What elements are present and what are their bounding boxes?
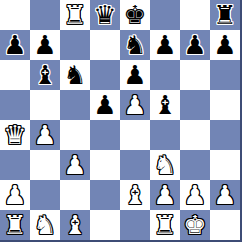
square-d2[interactable] (90, 180, 120, 210)
square-b6[interactable]: ♝ (30, 60, 60, 90)
square-b7[interactable]: ♟ (30, 30, 60, 60)
square-e5[interactable]: ♟ (120, 90, 150, 120)
square-g2[interactable]: ♟ (180, 180, 210, 210)
square-f4[interactable] (150, 120, 180, 150)
square-h3[interactable] (210, 150, 240, 180)
white-pawn-icon: ♟ (153, 180, 176, 210)
square-g3[interactable] (180, 150, 210, 180)
black-pawn-icon: ♟ (123, 60, 146, 90)
square-a1[interactable]: ♜ (0, 210, 30, 240)
square-a3[interactable] (0, 150, 30, 180)
square-c7[interactable] (60, 30, 90, 60)
square-g8[interactable] (180, 0, 210, 30)
square-f2[interactable]: ♟ (150, 180, 180, 210)
white-rook-icon: ♜ (63, 0, 86, 30)
square-c6[interactable]: ♞ (60, 60, 90, 90)
square-h5[interactable] (210, 90, 240, 120)
square-e2[interactable]: ♝ (120, 180, 150, 210)
square-h4[interactable] (210, 120, 240, 150)
square-g5[interactable] (180, 90, 210, 120)
square-a7[interactable]: ♟ (0, 30, 30, 60)
square-e7[interactable]: ♞ (120, 30, 150, 60)
white-pawn-icon: ♟ (33, 120, 56, 150)
square-b4[interactable]: ♟ (30, 120, 60, 150)
square-e8[interactable]: ♚ (120, 0, 150, 30)
white-bishop-icon: ♝ (63, 210, 86, 240)
black-pawn-icon: ♟ (33, 30, 56, 60)
black-knight-icon: ♞ (63, 60, 86, 90)
square-h2[interactable]: ♟ (210, 180, 240, 210)
black-king-icon: ♚ (123, 0, 146, 30)
white-queen-icon: ♛ (3, 120, 26, 150)
white-pawn-icon: ♟ (123, 90, 146, 120)
black-pawn-icon: ♟ (93, 90, 116, 120)
square-c2[interactable] (60, 180, 90, 210)
black-pawn-icon: ♟ (3, 30, 26, 60)
square-c1[interactable]: ♝ (60, 210, 90, 240)
square-f5[interactable]: ♝ (150, 90, 180, 120)
square-b1[interactable]: ♞ (30, 210, 60, 240)
square-a2[interactable]: ♟ (0, 180, 30, 210)
square-h1[interactable] (210, 210, 240, 240)
black-pawn-icon: ♟ (213, 30, 236, 60)
chess-app: ♜♛♚♜♟♟♞♟♟♟♝♞♟♟♟♝♛♟♟♞♟♝♟♟♟♜♞♝♜♚ (0, 0, 242, 242)
black-pawn-icon: ♟ (183, 30, 206, 60)
square-c4[interactable] (60, 120, 90, 150)
square-a5[interactable] (0, 90, 30, 120)
white-bishop-icon: ♝ (123, 180, 146, 210)
square-c3[interactable]: ♟ (60, 150, 90, 180)
square-d1[interactable] (90, 210, 120, 240)
square-f1[interactable]: ♜ (150, 210, 180, 240)
square-e6[interactable]: ♟ (120, 60, 150, 90)
square-a6[interactable] (0, 60, 30, 90)
black-rook-icon: ♜ (213, 0, 236, 30)
square-b5[interactable] (30, 90, 60, 120)
black-queen-icon: ♛ (93, 0, 116, 30)
white-rook-icon: ♜ (3, 210, 26, 240)
white-pawn-icon: ♟ (63, 150, 86, 180)
square-d6[interactable] (90, 60, 120, 90)
square-b8[interactable] (30, 0, 60, 30)
square-c5[interactable] (60, 90, 90, 120)
square-d5[interactable]: ♟ (90, 90, 120, 120)
square-d4[interactable] (90, 120, 120, 150)
square-g4[interactable] (180, 120, 210, 150)
square-h7[interactable]: ♟ (210, 30, 240, 60)
white-pawn-icon: ♟ (3, 180, 26, 210)
square-c8[interactable]: ♜ (60, 0, 90, 30)
square-f8[interactable] (150, 0, 180, 30)
chess-board: ♜♛♚♜♟♟♞♟♟♟♝♞♟♟♟♝♛♟♟♞♟♝♟♟♟♜♞♝♜♚ (0, 0, 242, 242)
square-a8[interactable] (0, 0, 30, 30)
square-f3[interactable]: ♞ (150, 150, 180, 180)
black-knight-icon: ♞ (123, 30, 146, 60)
square-f7[interactable]: ♟ (150, 30, 180, 60)
square-a4[interactable]: ♛ (0, 120, 30, 150)
square-b3[interactable] (30, 150, 60, 180)
square-g1[interactable]: ♚ (180, 210, 210, 240)
square-h8[interactable]: ♜ (210, 0, 240, 30)
white-rook-icon: ♜ (153, 210, 176, 240)
square-g7[interactable]: ♟ (180, 30, 210, 60)
square-d3[interactable] (90, 150, 120, 180)
square-e4[interactable] (120, 120, 150, 150)
black-bishop-icon: ♝ (153, 90, 176, 120)
square-f6[interactable] (150, 60, 180, 90)
square-h6[interactable] (210, 60, 240, 90)
black-pawn-icon: ♟ (153, 30, 176, 60)
white-king-icon: ♚ (183, 210, 206, 240)
square-e1[interactable] (120, 210, 150, 240)
square-e3[interactable] (120, 150, 150, 180)
square-d8[interactable]: ♛ (90, 0, 120, 30)
white-pawn-icon: ♟ (183, 180, 206, 210)
square-b2[interactable] (30, 180, 60, 210)
white-pawn-icon: ♟ (213, 180, 236, 210)
square-g6[interactable] (180, 60, 210, 90)
white-knight-icon: ♞ (153, 150, 176, 180)
square-d7[interactable] (90, 30, 120, 60)
white-knight-icon: ♞ (33, 210, 56, 240)
black-bishop-icon: ♝ (33, 60, 56, 90)
